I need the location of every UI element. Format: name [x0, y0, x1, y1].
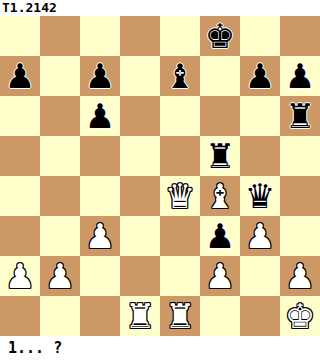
square-b7[interactable]: [40, 56, 80, 96]
square-d8[interactable]: [120, 16, 160, 56]
piece-black-pawn[interactable]: ♟: [280, 56, 320, 96]
square-g3[interactable]: ♟: [240, 216, 280, 256]
piece-black-rook[interactable]: ♜: [200, 136, 240, 176]
piece-black-queen[interactable]: ♛: [240, 176, 280, 216]
square-c3[interactable]: ♟: [80, 216, 120, 256]
chess-board: ♚♟♟♝♟♟♟♜♜♛♝♛♟♟♟♟♟♟♟♜♜♚: [0, 16, 320, 336]
square-e4[interactable]: ♛: [160, 176, 200, 216]
square-c4[interactable]: [80, 176, 120, 216]
square-a6[interactable]: [0, 96, 40, 136]
piece-white-pawn[interactable]: ♟: [200, 256, 240, 296]
square-a1[interactable]: [0, 296, 40, 336]
square-h6[interactable]: ♜: [280, 96, 320, 136]
square-f3[interactable]: ♟: [200, 216, 240, 256]
square-g6[interactable]: [240, 96, 280, 136]
piece-white-pawn[interactable]: ♟: [40, 256, 80, 296]
square-f7[interactable]: [200, 56, 240, 96]
square-h5[interactable]: [280, 136, 320, 176]
square-a3[interactable]: [0, 216, 40, 256]
piece-white-queen[interactable]: ♛: [160, 176, 200, 216]
square-a4[interactable]: [0, 176, 40, 216]
piece-black-pawn[interactable]: ♟: [240, 56, 280, 96]
piece-white-rook[interactable]: ♜: [120, 296, 160, 336]
square-e3[interactable]: [160, 216, 200, 256]
square-d2[interactable]: [120, 256, 160, 296]
square-d4[interactable]: [120, 176, 160, 216]
square-b3[interactable]: [40, 216, 80, 256]
piece-white-pawn[interactable]: ♟: [280, 256, 320, 296]
square-c8[interactable]: [80, 16, 120, 56]
square-d1[interactable]: ♜: [120, 296, 160, 336]
status-bar: 1... ?: [0, 336, 320, 360]
piece-black-king[interactable]: ♚: [200, 16, 240, 56]
piece-black-pawn[interactable]: ♟: [80, 56, 120, 96]
piece-black-rook[interactable]: ♜: [280, 96, 320, 136]
square-f6[interactable]: [200, 96, 240, 136]
square-e1[interactable]: ♜: [160, 296, 200, 336]
square-c1[interactable]: [80, 296, 120, 336]
square-b4[interactable]: [40, 176, 80, 216]
square-h3[interactable]: [280, 216, 320, 256]
square-a5[interactable]: [0, 136, 40, 176]
square-f5[interactable]: ♜: [200, 136, 240, 176]
square-b8[interactable]: [40, 16, 80, 56]
square-c7[interactable]: ♟: [80, 56, 120, 96]
square-d6[interactable]: [120, 96, 160, 136]
square-b2[interactable]: ♟: [40, 256, 80, 296]
square-c2[interactable]: [80, 256, 120, 296]
square-e8[interactable]: [160, 16, 200, 56]
square-d5[interactable]: [120, 136, 160, 176]
piece-white-rook[interactable]: ♜: [160, 296, 200, 336]
piece-white-pawn[interactable]: ♟: [0, 256, 40, 296]
square-c5[interactable]: [80, 136, 120, 176]
piece-white-king[interactable]: ♚: [280, 296, 320, 336]
square-h2[interactable]: ♟: [280, 256, 320, 296]
square-g1[interactable]: [240, 296, 280, 336]
square-d3[interactable]: [120, 216, 160, 256]
square-c6[interactable]: ♟: [80, 96, 120, 136]
square-g7[interactable]: ♟: [240, 56, 280, 96]
square-h7[interactable]: ♟: [280, 56, 320, 96]
piece-black-pawn[interactable]: ♟: [0, 56, 40, 96]
square-d7[interactable]: [120, 56, 160, 96]
square-f8[interactable]: ♚: [200, 16, 240, 56]
square-h1[interactable]: ♚: [280, 296, 320, 336]
square-g8[interactable]: [240, 16, 280, 56]
square-g2[interactable]: [240, 256, 280, 296]
piece-black-bishop[interactable]: ♝: [160, 56, 200, 96]
square-h4[interactable]: [280, 176, 320, 216]
piece-black-pawn[interactable]: ♟: [200, 216, 240, 256]
piece-white-bishop[interactable]: ♝: [200, 176, 240, 216]
square-b5[interactable]: [40, 136, 80, 176]
square-a8[interactable]: [0, 16, 40, 56]
square-h8[interactable]: [280, 16, 320, 56]
square-e7[interactable]: ♝: [160, 56, 200, 96]
square-f4[interactable]: ♝: [200, 176, 240, 216]
square-g4[interactable]: ♛: [240, 176, 280, 216]
square-f2[interactable]: ♟: [200, 256, 240, 296]
square-g5[interactable]: [240, 136, 280, 176]
puzzle-title: T1.2142: [0, 0, 57, 16]
square-a2[interactable]: ♟: [0, 256, 40, 296]
square-f1[interactable]: [200, 296, 240, 336]
square-e2[interactable]: [160, 256, 200, 296]
square-b6[interactable]: [40, 96, 80, 136]
square-e5[interactable]: [160, 136, 200, 176]
square-e6[interactable]: [160, 96, 200, 136]
piece-black-pawn[interactable]: ♟: [80, 96, 120, 136]
square-b1[interactable]: [40, 296, 80, 336]
piece-white-pawn[interactable]: ♟: [80, 216, 120, 256]
square-a7[interactable]: ♟: [0, 56, 40, 96]
piece-white-pawn[interactable]: ♟: [240, 216, 280, 256]
title-bar: T1.2142: [0, 0, 320, 16]
move-prompt: 1... ?: [0, 337, 62, 359]
